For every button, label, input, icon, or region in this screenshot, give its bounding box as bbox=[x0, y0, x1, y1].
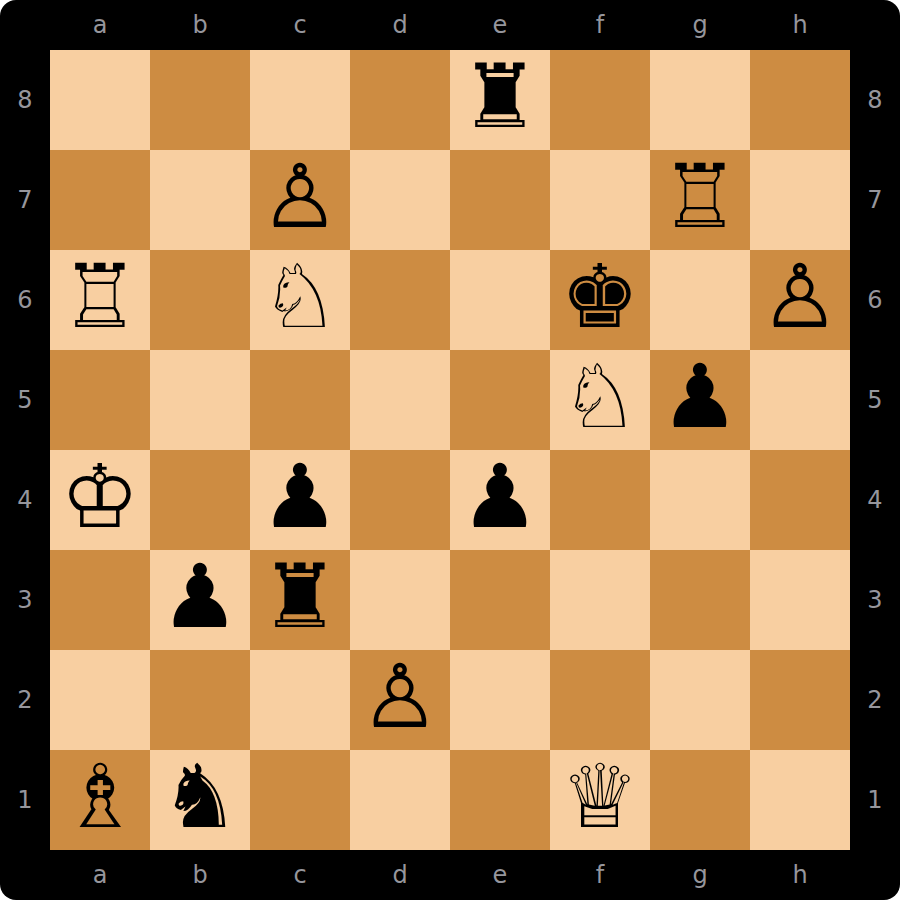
square-b4[interactable] bbox=[150, 450, 250, 550]
coordinate-label-7-left: 7 bbox=[0, 150, 50, 250]
white-pawn[interactable]: ♙ bbox=[761, 247, 840, 347]
square-f1[interactable]: ♕ bbox=[550, 750, 650, 850]
square-h5[interactable] bbox=[750, 350, 850, 450]
rank-labels-right: 87654321 bbox=[850, 50, 900, 850]
black-pawn[interactable]: ♟ bbox=[661, 347, 740, 447]
coordinate-label-c-top: c bbox=[250, 0, 350, 50]
coordinate-label-a-bottom: a bbox=[50, 850, 150, 900]
coordinate-label-d-top: d bbox=[350, 0, 450, 50]
square-b8[interactable] bbox=[150, 50, 250, 150]
square-g5[interactable]: ♟ bbox=[650, 350, 750, 450]
square-e7[interactable] bbox=[450, 150, 550, 250]
square-g7[interactable]: ♖ bbox=[650, 150, 750, 250]
file-labels-bottom: abcdefgh bbox=[50, 850, 850, 900]
square-e5[interactable] bbox=[450, 350, 550, 450]
rank-labels-left: 87654321 bbox=[0, 50, 50, 850]
square-f4[interactable] bbox=[550, 450, 650, 550]
coordinate-label-g-top: g bbox=[650, 0, 750, 50]
square-a7[interactable] bbox=[50, 150, 150, 250]
square-h2[interactable] bbox=[750, 650, 850, 750]
square-h8[interactable] bbox=[750, 50, 850, 150]
square-e8[interactable]: ♜ bbox=[450, 50, 550, 150]
square-c3[interactable]: ♜ bbox=[250, 550, 350, 650]
black-rook[interactable]: ♜ bbox=[261, 547, 340, 647]
coordinate-label-f-bottom: f bbox=[550, 850, 650, 900]
coordinate-label-2-left: 2 bbox=[0, 650, 50, 750]
square-e1[interactable] bbox=[450, 750, 550, 850]
square-d1[interactable] bbox=[350, 750, 450, 850]
coordinate-label-8-right: 8 bbox=[850, 50, 900, 150]
square-d6[interactable] bbox=[350, 250, 450, 350]
white-rook[interactable]: ♖ bbox=[61, 247, 140, 347]
coordinate-label-b-bottom: b bbox=[150, 850, 250, 900]
square-d4[interactable] bbox=[350, 450, 450, 550]
white-bishop[interactable]: ♗ bbox=[61, 747, 140, 847]
square-b7[interactable] bbox=[150, 150, 250, 250]
square-h3[interactable] bbox=[750, 550, 850, 650]
square-c6[interactable]: ♘ bbox=[250, 250, 350, 350]
square-g6[interactable] bbox=[650, 250, 750, 350]
white-queen[interactable]: ♕ bbox=[561, 747, 640, 847]
white-pawn[interactable]: ♙ bbox=[361, 647, 440, 747]
white-pawn[interactable]: ♙ bbox=[261, 147, 340, 247]
coordinate-label-6-left: 6 bbox=[0, 250, 50, 350]
square-a1[interactable]: ♗ bbox=[50, 750, 150, 850]
black-pawn[interactable]: ♟ bbox=[261, 447, 340, 547]
coordinate-label-5-right: 5 bbox=[850, 350, 900, 450]
coordinate-label-a-top: a bbox=[50, 0, 150, 50]
coordinate-label-1-right: 1 bbox=[850, 750, 900, 850]
square-c1[interactable] bbox=[250, 750, 350, 850]
square-f6[interactable]: ♚ bbox=[550, 250, 650, 350]
coordinate-label-2-right: 2 bbox=[850, 650, 900, 750]
black-rook[interactable]: ♜ bbox=[461, 47, 540, 147]
square-a5[interactable] bbox=[50, 350, 150, 450]
square-f8[interactable] bbox=[550, 50, 650, 150]
square-g1[interactable] bbox=[650, 750, 750, 850]
square-f3[interactable] bbox=[550, 550, 650, 650]
square-a2[interactable] bbox=[50, 650, 150, 750]
coordinate-label-b-top: b bbox=[150, 0, 250, 50]
coordinate-label-c-bottom: c bbox=[250, 850, 350, 900]
black-knight[interactable]: ♞ bbox=[161, 747, 240, 847]
coordinate-label-4-right: 4 bbox=[850, 450, 900, 550]
coordinate-label-d-bottom: d bbox=[350, 850, 450, 900]
square-c5[interactable] bbox=[250, 350, 350, 450]
square-d5[interactable] bbox=[350, 350, 450, 450]
coordinate-label-e-top: e bbox=[450, 0, 550, 50]
square-e4[interactable]: ♟ bbox=[450, 450, 550, 550]
square-f7[interactable] bbox=[550, 150, 650, 250]
square-d7[interactable] bbox=[350, 150, 450, 250]
square-g2[interactable] bbox=[650, 650, 750, 750]
coordinate-label-6-right: 6 bbox=[850, 250, 900, 350]
square-b2[interactable] bbox=[150, 650, 250, 750]
coordinate-label-8-left: 8 bbox=[0, 50, 50, 150]
square-f2[interactable] bbox=[550, 650, 650, 750]
square-a8[interactable] bbox=[50, 50, 150, 150]
black-pawn[interactable]: ♟ bbox=[461, 447, 540, 547]
square-a3[interactable] bbox=[50, 550, 150, 650]
coordinate-label-7-right: 7 bbox=[850, 150, 900, 250]
white-rook[interactable]: ♖ bbox=[661, 147, 740, 247]
square-e2[interactable] bbox=[450, 650, 550, 750]
square-c4[interactable]: ♟ bbox=[250, 450, 350, 550]
square-b3[interactable]: ♟ bbox=[150, 550, 250, 650]
square-g4[interactable] bbox=[650, 450, 750, 550]
square-g3[interactable] bbox=[650, 550, 750, 650]
square-d8[interactable] bbox=[350, 50, 450, 150]
square-h6[interactable]: ♙ bbox=[750, 250, 850, 350]
square-g8[interactable] bbox=[650, 50, 750, 150]
square-a6[interactable]: ♖ bbox=[50, 250, 150, 350]
square-b6[interactable] bbox=[150, 250, 250, 350]
square-h7[interactable] bbox=[750, 150, 850, 250]
square-c2[interactable] bbox=[250, 650, 350, 750]
square-e3[interactable] bbox=[450, 550, 550, 650]
square-b1[interactable]: ♞ bbox=[150, 750, 250, 850]
white-knight[interactable]: ♘ bbox=[561, 347, 640, 447]
coordinate-label-3-right: 3 bbox=[850, 550, 900, 650]
white-knight[interactable]: ♘ bbox=[261, 247, 340, 347]
square-c7[interactable]: ♙ bbox=[250, 150, 350, 250]
chess-board-frame: abcdefgh abcdefgh 87654321 87654321 ♜♙♖♖… bbox=[0, 0, 900, 900]
coordinate-label-1-left: 1 bbox=[0, 750, 50, 850]
square-f5[interactable]: ♘ bbox=[550, 350, 650, 450]
file-labels-top: abcdefgh bbox=[50, 0, 850, 50]
square-c8[interactable] bbox=[250, 50, 350, 150]
square-e6[interactable] bbox=[450, 250, 550, 350]
square-h4[interactable] bbox=[750, 450, 850, 550]
coordinate-label-h-top: h bbox=[750, 0, 850, 50]
square-b5[interactable] bbox=[150, 350, 250, 450]
coordinate-label-f-top: f bbox=[550, 0, 650, 50]
chess-board: ♜♙♖♖♘♚♙♘♟♔♟♟♟♜♙♗♞♕ bbox=[50, 50, 850, 850]
coordinate-label-e-bottom: e bbox=[450, 850, 550, 900]
coordinate-label-g-bottom: g bbox=[650, 850, 750, 900]
white-king[interactable]: ♔ bbox=[61, 447, 140, 547]
black-pawn[interactable]: ♟ bbox=[161, 547, 240, 647]
coordinate-label-h-bottom: h bbox=[750, 850, 850, 900]
square-a4[interactable]: ♔ bbox=[50, 450, 150, 550]
coordinate-label-4-left: 4 bbox=[0, 450, 50, 550]
coordinate-label-5-left: 5 bbox=[0, 350, 50, 450]
square-h1[interactable] bbox=[750, 750, 850, 850]
square-d3[interactable] bbox=[350, 550, 450, 650]
square-d2[interactable]: ♙ bbox=[350, 650, 450, 750]
black-king[interactable]: ♚ bbox=[561, 247, 640, 347]
coordinate-label-3-left: 3 bbox=[0, 550, 50, 650]
